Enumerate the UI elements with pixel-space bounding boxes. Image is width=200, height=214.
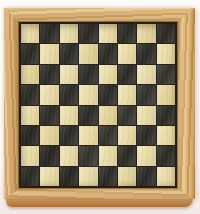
square-f8[interactable] [118,24,136,43]
square-g7[interactable] [137,44,155,63]
square-f6[interactable] [118,65,136,84]
square-c6[interactable] [60,65,78,84]
square-c2[interactable] [60,146,78,165]
square-c8[interactable] [60,24,78,43]
square-f1[interactable] [118,167,136,186]
square-a4[interactable] [21,106,39,125]
square-e1[interactable] [99,167,117,186]
square-e5[interactable] [99,85,117,104]
square-f2[interactable] [118,146,136,165]
square-h8[interactable] [157,24,175,43]
square-e4[interactable] [99,106,117,125]
square-a8[interactable] [21,24,39,43]
frame-rail-right [177,8,195,199]
photo-background [0,0,200,214]
chess-board [19,22,177,188]
square-e7[interactable] [99,44,117,63]
square-a3[interactable] [21,126,39,145]
square-c4[interactable] [60,106,78,125]
square-b6[interactable] [40,65,58,84]
square-h3[interactable] [157,126,175,145]
square-a7[interactable] [21,44,39,63]
square-g8[interactable] [137,24,155,43]
square-b3[interactable] [40,126,58,145]
square-b4[interactable] [40,106,58,125]
square-b5[interactable] [40,85,58,104]
square-f5[interactable] [118,85,136,104]
square-d7[interactable] [79,44,97,63]
square-d5[interactable] [79,85,97,104]
square-a1[interactable] [21,167,39,186]
square-h2[interactable] [157,146,175,165]
square-h4[interactable] [157,106,175,125]
square-e8[interactable] [99,24,117,43]
square-d1[interactable] [79,167,97,186]
square-c3[interactable] [60,126,78,145]
square-f4[interactable] [118,106,136,125]
square-g2[interactable] [137,146,155,165]
square-c5[interactable] [60,85,78,104]
square-g6[interactable] [137,65,155,84]
square-c7[interactable] [60,44,78,63]
square-g5[interactable] [137,85,155,104]
square-h7[interactable] [157,44,175,63]
square-c1[interactable] [60,167,78,186]
square-f7[interactable] [118,44,136,63]
square-h5[interactable] [157,85,175,104]
square-b7[interactable] [40,44,58,63]
frame-rail-bottom [4,189,195,199]
square-b8[interactable] [40,24,58,43]
square-h6[interactable] [157,65,175,84]
square-d8[interactable] [79,24,97,43]
square-b1[interactable] [40,167,58,186]
square-d6[interactable] [79,65,97,84]
square-g3[interactable] [137,126,155,145]
square-a2[interactable] [21,146,39,165]
chessboard-box [4,8,195,199]
square-e6[interactable] [99,65,117,84]
square-d2[interactable] [79,146,97,165]
square-d4[interactable] [79,106,97,125]
frame-rail-left [4,8,19,199]
square-h1[interactable] [157,167,175,186]
square-e3[interactable] [99,126,117,145]
square-a6[interactable] [21,65,39,84]
square-b2[interactable] [40,146,58,165]
square-g4[interactable] [137,106,155,125]
frame-rail-top [4,8,195,22]
square-e2[interactable] [99,146,117,165]
square-g1[interactable] [137,167,155,186]
square-d3[interactable] [79,126,97,145]
square-f3[interactable] [118,126,136,145]
square-a5[interactable] [21,85,39,104]
